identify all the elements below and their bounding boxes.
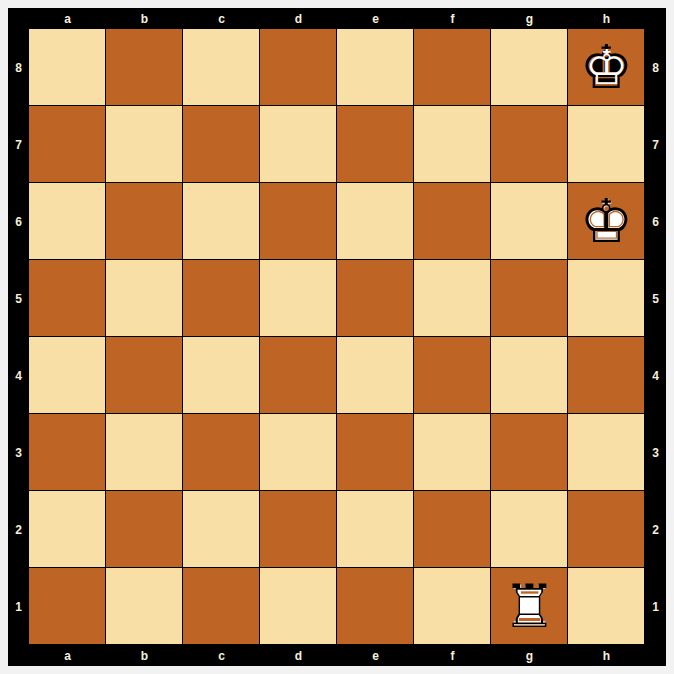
square-f4[interactable] — [414, 337, 491, 414]
black-king-glyph-outline: ♔ — [576, 37, 638, 99]
square-c3[interactable] — [183, 414, 260, 491]
square-a3[interactable] — [29, 414, 106, 491]
square-d1[interactable] — [260, 568, 337, 645]
square-e8[interactable] — [337, 29, 414, 106]
square-d4[interactable] — [260, 337, 337, 414]
square-c6[interactable] — [183, 183, 260, 260]
white-king-glyph-outline: ♔ — [568, 183, 645, 260]
black-king[interactable]: ♚♔ — [568, 29, 644, 105]
file-label-c-top: c — [183, 8, 260, 29]
file-label-d-top: d — [260, 8, 337, 29]
rank-label-2-left: 2 — [8, 491, 29, 568]
file-label-h-bottom: h — [568, 645, 645, 666]
rank-label-1-left: 1 — [8, 568, 29, 645]
square-h4[interactable] — [568, 337, 645, 414]
rank-label-6-right: 6 — [645, 183, 666, 260]
square-c4[interactable] — [183, 337, 260, 414]
file-label-a-bottom: a — [29, 645, 106, 666]
square-f1[interactable] — [414, 568, 491, 645]
square-d5[interactable] — [260, 260, 337, 337]
square-g8[interactable] — [491, 29, 568, 106]
square-c2[interactable] — [183, 491, 260, 568]
file-label-f-bottom: f — [414, 645, 491, 666]
square-b8[interactable] — [106, 29, 183, 106]
square-f5[interactable] — [414, 260, 491, 337]
square-a5[interactable] — [29, 260, 106, 337]
frame-corner — [645, 645, 666, 666]
file-label-b-bottom: b — [106, 645, 183, 666]
square-b1[interactable] — [106, 568, 183, 645]
square-g4[interactable] — [491, 337, 568, 414]
square-h1[interactable] — [568, 568, 645, 645]
square-f2[interactable] — [414, 491, 491, 568]
square-e3[interactable] — [337, 414, 414, 491]
square-b6[interactable] — [106, 183, 183, 260]
square-f8[interactable] — [414, 29, 491, 106]
square-h5[interactable] — [568, 260, 645, 337]
square-d7[interactable] — [260, 106, 337, 183]
square-a7[interactable] — [29, 106, 106, 183]
square-g1[interactable]: ♜♖ — [491, 568, 568, 645]
square-e1[interactable] — [337, 568, 414, 645]
white-rook[interactable]: ♜♖ — [491, 568, 567, 644]
square-g5[interactable] — [491, 260, 568, 337]
rank-label-1-right: 1 — [645, 568, 666, 645]
square-h8[interactable]: ♚♔ — [568, 29, 645, 106]
file-label-d-bottom: d — [260, 645, 337, 666]
square-e6[interactable] — [337, 183, 414, 260]
square-b7[interactable] — [106, 106, 183, 183]
square-d8[interactable] — [260, 29, 337, 106]
rank-label-7-right: 7 — [645, 106, 666, 183]
rank-label-4-right: 4 — [645, 337, 666, 414]
square-c7[interactable] — [183, 106, 260, 183]
rank-label-6-left: 6 — [8, 183, 29, 260]
chessboard: abcdefgh8♚♔8776♚♔6554433221♜♖1abcdefgh — [8, 8, 666, 666]
rank-label-5-left: 5 — [8, 260, 29, 337]
square-c8[interactable] — [183, 29, 260, 106]
rank-label-4-left: 4 — [8, 337, 29, 414]
square-f7[interactable] — [414, 106, 491, 183]
square-h7[interactable] — [568, 106, 645, 183]
file-label-h-top: h — [568, 8, 645, 29]
square-d6[interactable] — [260, 183, 337, 260]
square-c1[interactable] — [183, 568, 260, 645]
square-d2[interactable] — [260, 491, 337, 568]
square-g3[interactable] — [491, 414, 568, 491]
square-b5[interactable] — [106, 260, 183, 337]
square-a1[interactable] — [29, 568, 106, 645]
frame-corner — [8, 8, 29, 29]
square-e7[interactable] — [337, 106, 414, 183]
square-h2[interactable] — [568, 491, 645, 568]
file-label-e-top: e — [337, 8, 414, 29]
white-rook-glyph-outline: ♖ — [491, 568, 568, 645]
square-h3[interactable] — [568, 414, 645, 491]
square-f3[interactable] — [414, 414, 491, 491]
square-b2[interactable] — [106, 491, 183, 568]
square-g7[interactable] — [491, 106, 568, 183]
frame-corner — [8, 645, 29, 666]
rank-label-3-right: 3 — [645, 414, 666, 491]
rank-label-8-right: 8 — [645, 29, 666, 106]
square-b4[interactable] — [106, 337, 183, 414]
rank-label-2-right: 2 — [645, 491, 666, 568]
white-king[interactable]: ♚♔ — [568, 183, 644, 259]
file-label-g-bottom: g — [491, 645, 568, 666]
rank-label-3-left: 3 — [8, 414, 29, 491]
file-label-a-top: a — [29, 8, 106, 29]
square-a8[interactable] — [29, 29, 106, 106]
square-h6[interactable]: ♚♔ — [568, 183, 645, 260]
square-b3[interactable] — [106, 414, 183, 491]
rank-label-7-left: 7 — [8, 106, 29, 183]
file-label-b-top: b — [106, 8, 183, 29]
file-label-e-bottom: e — [337, 645, 414, 666]
square-a4[interactable] — [29, 337, 106, 414]
square-f6[interactable] — [414, 183, 491, 260]
page: abcdefgh8♚♔8776♚♔6554433221♜♖1abcdefgh — [0, 0, 674, 674]
square-g2[interactable] — [491, 491, 568, 568]
square-g6[interactable] — [491, 183, 568, 260]
rank-label-8-left: 8 — [8, 29, 29, 106]
square-e5[interactable] — [337, 260, 414, 337]
square-e4[interactable] — [337, 337, 414, 414]
rank-label-5-right: 5 — [645, 260, 666, 337]
frame-corner — [645, 8, 666, 29]
file-label-f-top: f — [414, 8, 491, 29]
square-e2[interactable] — [337, 491, 414, 568]
square-c5[interactable] — [183, 260, 260, 337]
file-label-c-bottom: c — [183, 645, 260, 666]
square-d3[interactable] — [260, 414, 337, 491]
square-a6[interactable] — [29, 183, 106, 260]
square-a2[interactable] — [29, 491, 106, 568]
file-label-g-top: g — [491, 8, 568, 29]
